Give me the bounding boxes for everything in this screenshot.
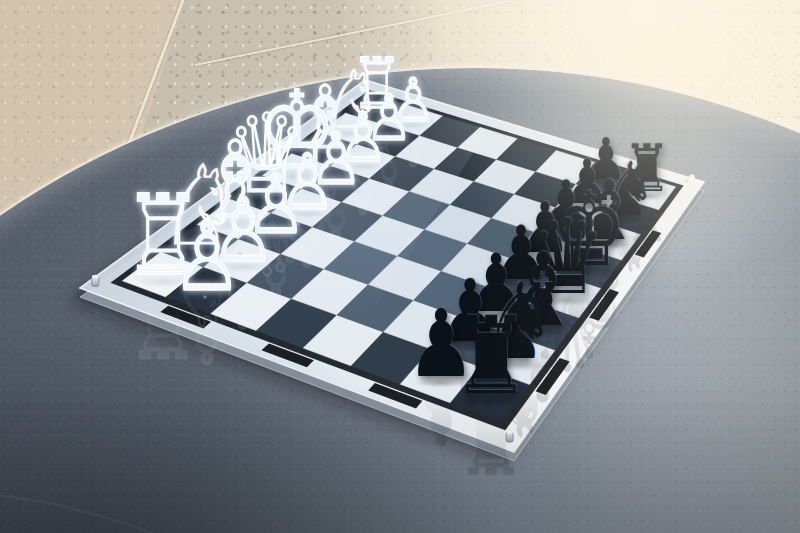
pavement-joint-3 bbox=[692, 0, 800, 91]
pavement-joint-4 bbox=[627, 0, 694, 55]
pavement-joint-2 bbox=[195, 0, 517, 66]
outdoor-scene: ♜♜♞♞♝♝♛♛♚♚♝♝♞♞♜♜♟♟♟♟♟♟♟♟♟♟♟♟♟♟♟♟♙♙♙♙♙♙♙♙… bbox=[0, 0, 800, 533]
